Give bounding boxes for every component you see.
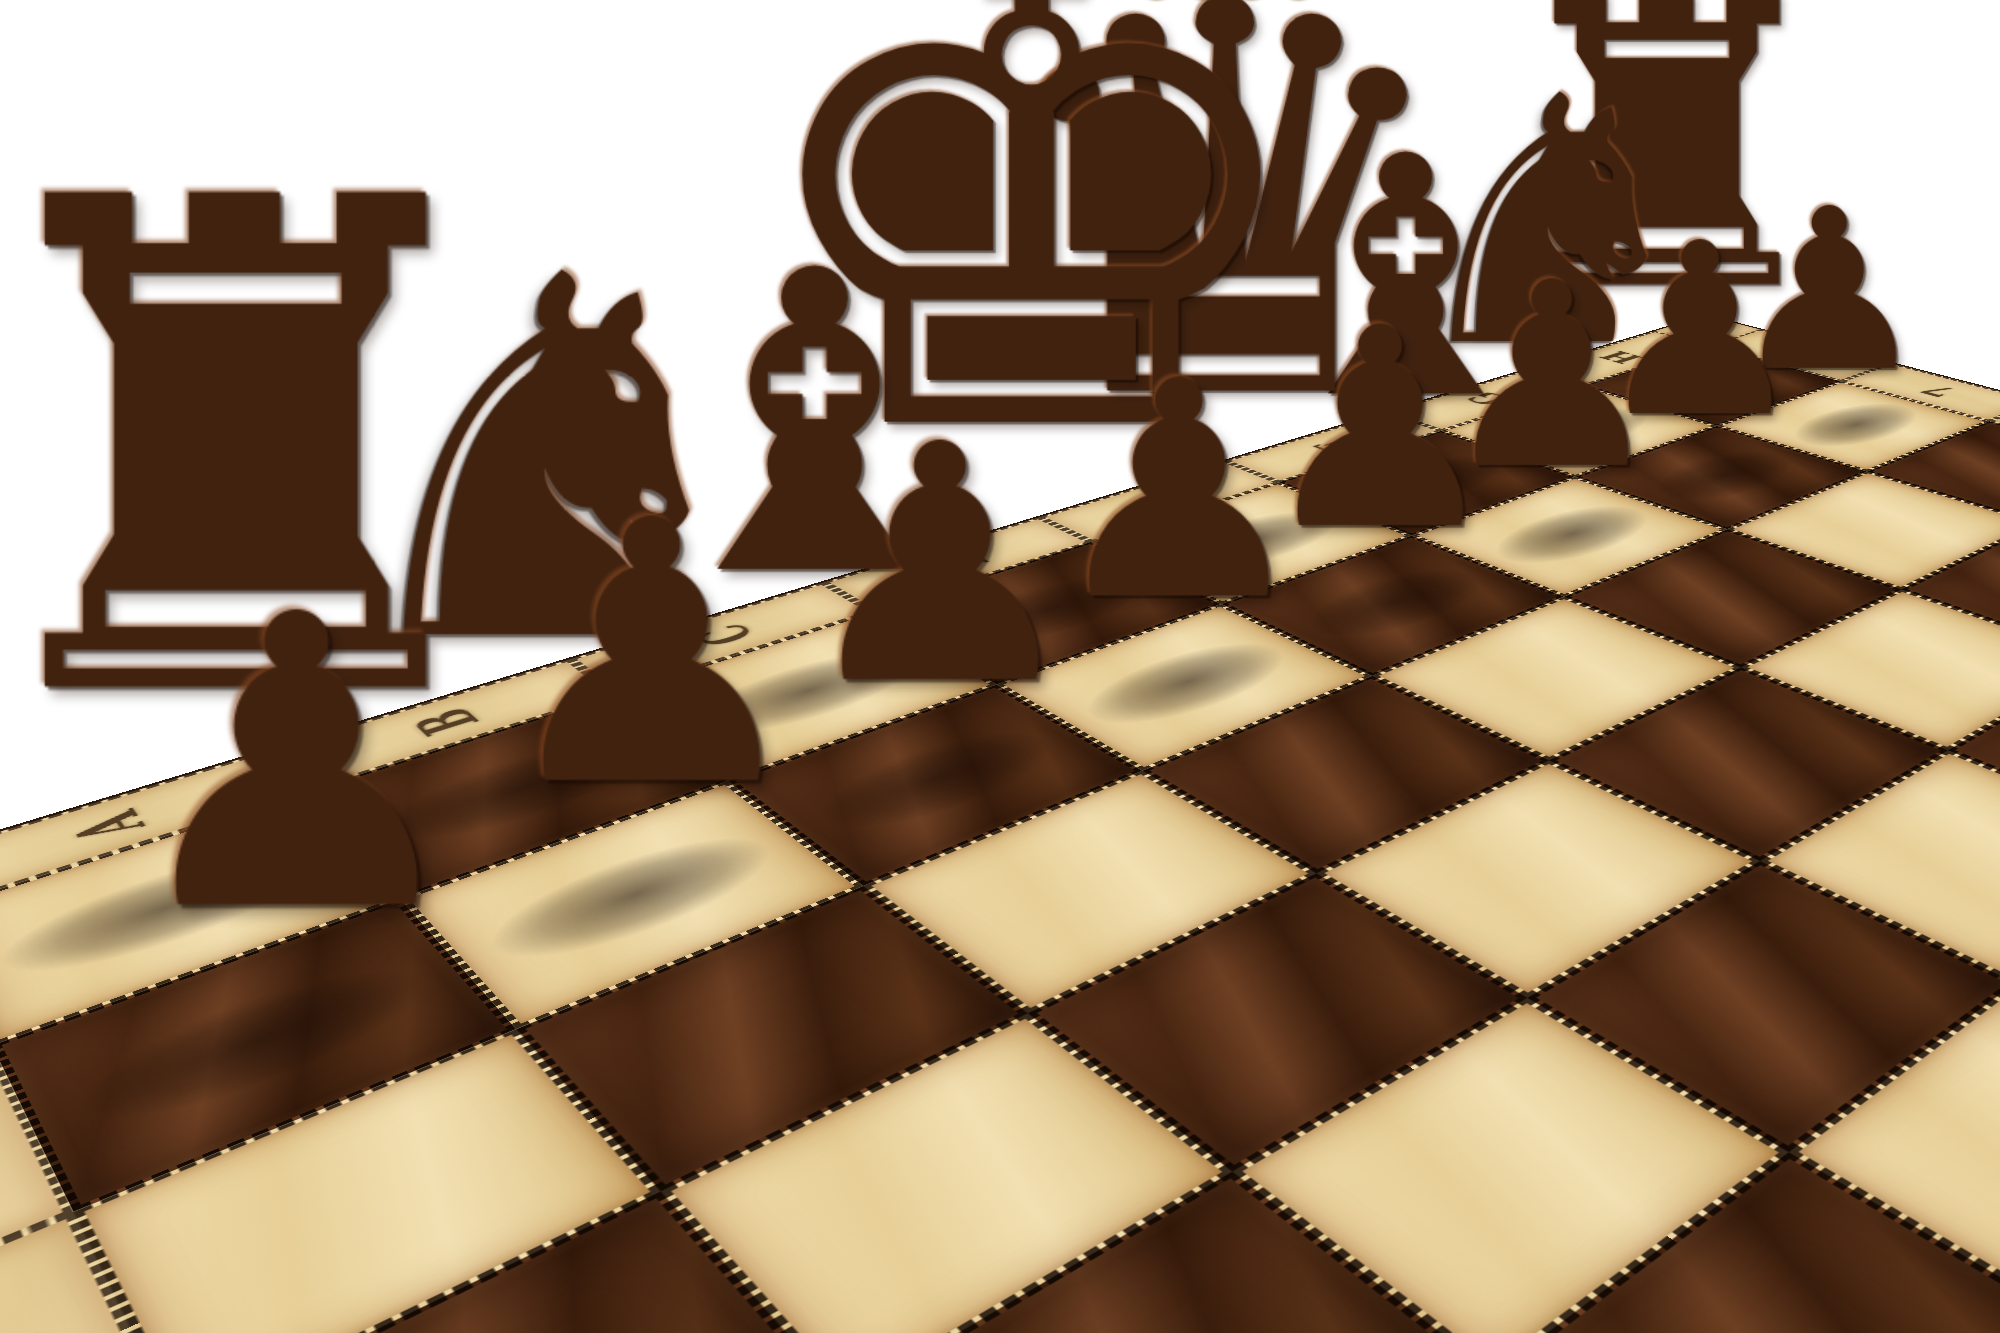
black-pawn: ♟ xyxy=(116,563,478,967)
black-pawn: ♟ xyxy=(793,402,1087,730)
chess-set-photo: ABCDEFGH8♜♞♝♚✚♛●●●●♝♞♜87♟♟♟♟♟♟♟♟76655443… xyxy=(0,0,2000,1333)
rank-label: 6 xyxy=(0,1315,84,1333)
black-pawn: ♟ xyxy=(489,474,813,836)
chess-board: ABCDEFGH8♜♞♝♚✚♛●●●●♝♞♜87♟♟♟♟♟♟♟♟76655443… xyxy=(0,316,2000,1333)
king-cross-accent: ✚ xyxy=(971,0,1092,6)
